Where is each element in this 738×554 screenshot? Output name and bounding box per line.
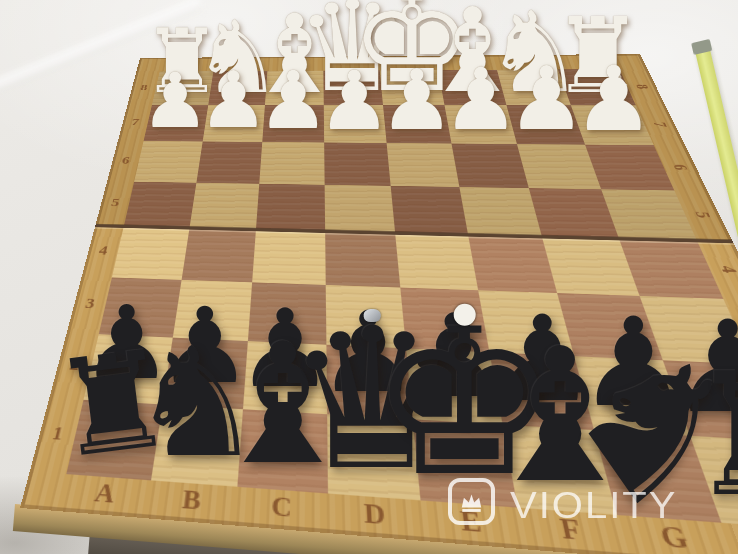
violity-watermark: VIOLITY xyxy=(448,478,677,525)
photo-stage: ABCDEFGH8877665544332211 ♜♞♝♛♚♝♞♜♟♟♟♟♟♟♟… xyxy=(0,0,738,554)
square-c6[interactable] xyxy=(259,142,324,184)
black-rook-h1[interactable]: ♜ xyxy=(686,351,738,520)
square-e6[interactable] xyxy=(387,143,459,187)
black-king-finial xyxy=(453,304,476,327)
crown-icon xyxy=(458,489,485,515)
rank-label-right-4: 4 xyxy=(711,259,738,280)
square-e5[interactable] xyxy=(391,186,468,236)
rank-label-right-6: 6 xyxy=(665,159,694,175)
rank-label-left-5: 5 xyxy=(102,196,127,210)
square-a6[interactable] xyxy=(134,141,202,182)
square-a4[interactable] xyxy=(112,226,189,279)
rank-label-right-5: 5 xyxy=(687,206,719,225)
square-b5[interactable] xyxy=(189,182,259,229)
watermark-crown-box xyxy=(448,478,495,525)
square-h6[interactable] xyxy=(585,145,675,190)
square-f6[interactable] xyxy=(451,144,529,188)
rank-label-left-4: 4 xyxy=(90,243,117,259)
white-pawn-h7[interactable]: ♟ xyxy=(573,55,653,145)
ruler-clip xyxy=(691,39,712,55)
watermark-text: VIOLITY xyxy=(510,487,677,524)
rank-label-left-6: 6 xyxy=(114,154,138,166)
square-d5[interactable] xyxy=(324,184,395,233)
square-a5[interactable] xyxy=(124,181,196,228)
square-c5[interactable] xyxy=(256,183,325,231)
square-b6[interactable] xyxy=(196,141,262,183)
square-b4[interactable] xyxy=(181,228,256,282)
square-c4[interactable] xyxy=(252,230,325,285)
square-d6[interactable] xyxy=(324,142,391,185)
